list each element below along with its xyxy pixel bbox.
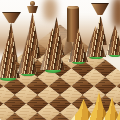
black-king-finial [30, 1, 35, 6]
blurred-piece-behind-king [43, 0, 57, 21]
chess-set-photo [0, 0, 120, 120]
black-rook-rim [67, 6, 79, 9]
blurred-piece-right-edge [112, 0, 120, 28]
black-queen-2-cup [91, 3, 109, 15]
black-king-crown [27, 6, 38, 13]
